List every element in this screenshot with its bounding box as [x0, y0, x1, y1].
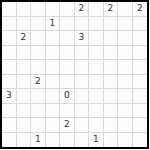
- cell-r10c3: 1: [31, 133, 46, 148]
- cell-r9c1[interactable]: [2, 118, 17, 133]
- cell-r6c9[interactable]: [118, 75, 133, 90]
- cell-r3c5[interactable]: [60, 31, 75, 46]
- cell-r1c6: 2: [75, 2, 90, 17]
- cell-r10c2[interactable]: [17, 133, 32, 148]
- cell-r2c10[interactable]: [133, 17, 148, 32]
- cell-r7c7[interactable]: [89, 89, 104, 104]
- cell-r8c5[interactable]: [60, 104, 75, 119]
- cell-r1c1[interactable]: [2, 2, 17, 17]
- cell-r4c1[interactable]: [2, 46, 17, 61]
- cell-r7c4[interactable]: [46, 89, 61, 104]
- cell-r9c4[interactable]: [46, 118, 61, 133]
- cell-r6c4[interactable]: [46, 75, 61, 90]
- cell-r9c5: 2: [60, 118, 75, 133]
- cell-r1c7[interactable]: [89, 2, 104, 17]
- cell-r6c6[interactable]: [75, 75, 90, 90]
- cell-r3c1[interactable]: [2, 31, 17, 46]
- cell-r7c2[interactable]: [17, 89, 32, 104]
- cell-r6c5[interactable]: [60, 75, 75, 90]
- cell-r4c3[interactable]: [31, 46, 46, 61]
- cell-r4c4[interactable]: [46, 46, 61, 61]
- cell-r5c6[interactable]: [75, 60, 90, 75]
- cell-r2c7[interactable]: [89, 17, 104, 32]
- cell-r8c2[interactable]: [17, 104, 32, 119]
- cell-r6c3: 2: [31, 75, 46, 90]
- cell-r2c3[interactable]: [31, 17, 46, 32]
- cell-r1c4[interactable]: [46, 2, 61, 17]
- cell-r2c4: 1: [46, 17, 61, 32]
- cell-r3c9[interactable]: [118, 31, 133, 46]
- cell-r8c1[interactable]: [2, 104, 17, 119]
- cell-r4c2[interactable]: [17, 46, 32, 61]
- cell-r8c7[interactable]: [89, 104, 104, 119]
- cell-r10c6[interactable]: [75, 133, 90, 148]
- cell-r2c9[interactable]: [118, 17, 133, 32]
- cell-r10c7: 1: [89, 133, 104, 148]
- cell-r3c10[interactable]: [133, 31, 148, 46]
- cell-r6c2[interactable]: [17, 75, 32, 90]
- cell-r5c3[interactable]: [31, 60, 46, 75]
- cell-r7c9[interactable]: [118, 89, 133, 104]
- cell-r2c6[interactable]: [75, 17, 90, 32]
- cell-r1c2[interactable]: [17, 2, 32, 17]
- cell-r9c3[interactable]: [31, 118, 46, 133]
- cell-r7c1: 3: [2, 89, 17, 104]
- cell-r8c10[interactable]: [133, 104, 148, 119]
- cell-r8c3[interactable]: [31, 104, 46, 119]
- cell-r9c8[interactable]: [104, 118, 119, 133]
- cell-r8c4[interactable]: [46, 104, 61, 119]
- cell-r10c8[interactable]: [104, 133, 119, 148]
- puzzle-board: 222123230211: [0, 0, 149, 149]
- cell-r2c8[interactable]: [104, 17, 119, 32]
- cell-r1c3[interactable]: [31, 2, 46, 17]
- cell-r7c8[interactable]: [104, 89, 119, 104]
- cell-r1c8: 2: [104, 2, 119, 17]
- cell-r9c10[interactable]: [133, 118, 148, 133]
- cell-r6c10[interactable]: [133, 75, 148, 90]
- cell-r7c5: 0: [60, 89, 75, 104]
- cell-r3c2: 2: [17, 31, 32, 46]
- cell-r6c7[interactable]: [89, 75, 104, 90]
- cell-r10c10[interactable]: [133, 133, 148, 148]
- cell-r5c8[interactable]: [104, 60, 119, 75]
- cell-r4c8[interactable]: [104, 46, 119, 61]
- cell-r7c3[interactable]: [31, 89, 46, 104]
- cell-r3c7[interactable]: [89, 31, 104, 46]
- cell-r10c9[interactable]: [118, 133, 133, 148]
- cell-r7c6[interactable]: [75, 89, 90, 104]
- cell-r10c1[interactable]: [2, 133, 17, 148]
- cell-r8c6[interactable]: [75, 104, 90, 119]
- cell-r4c7[interactable]: [89, 46, 104, 61]
- cell-r9c2[interactable]: [17, 118, 32, 133]
- cell-r8c8[interactable]: [104, 104, 119, 119]
- cell-r3c6: 3: [75, 31, 90, 46]
- cell-r3c8[interactable]: [104, 31, 119, 46]
- cell-r5c1[interactable]: [2, 60, 17, 75]
- cell-r9c7[interactable]: [89, 118, 104, 133]
- cell-r10c5[interactable]: [60, 133, 75, 148]
- cell-r2c2[interactable]: [17, 17, 32, 32]
- cell-r2c5[interactable]: [60, 17, 75, 32]
- cell-r1c9[interactable]: [118, 2, 133, 17]
- cell-r4c6[interactable]: [75, 46, 90, 61]
- cell-r4c10[interactable]: [133, 46, 148, 61]
- cell-r5c2[interactable]: [17, 60, 32, 75]
- cell-r9c9[interactable]: [118, 118, 133, 133]
- cell-r6c1[interactable]: [2, 75, 17, 90]
- cell-r5c5[interactable]: [60, 60, 75, 75]
- cell-r5c4[interactable]: [46, 60, 61, 75]
- cell-r5c10[interactable]: [133, 60, 148, 75]
- cell-r10c4[interactable]: [46, 133, 61, 148]
- cell-r2c1[interactable]: [2, 17, 17, 32]
- cell-r1c10: 2: [133, 2, 148, 17]
- cell-r1c5[interactable]: [60, 2, 75, 17]
- cell-r5c7[interactable]: [89, 60, 104, 75]
- cell-r8c9[interactable]: [118, 104, 133, 119]
- cell-r7c10[interactable]: [133, 89, 148, 104]
- cell-r3c3[interactable]: [31, 31, 46, 46]
- cell-r3c4[interactable]: [46, 31, 61, 46]
- cell-r9c6[interactable]: [75, 118, 90, 133]
- cell-r4c9[interactable]: [118, 46, 133, 61]
- cell-r6c8[interactable]: [104, 75, 119, 90]
- cell-r4c5[interactable]: [60, 46, 75, 61]
- cell-r5c9[interactable]: [118, 60, 133, 75]
